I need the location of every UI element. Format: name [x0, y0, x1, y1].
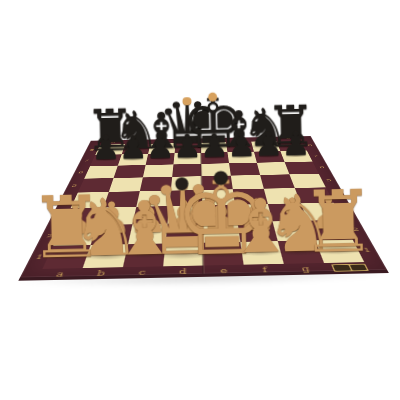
pieces-layer: ♜♞♝♛♚♝♞♜♟♟♟♟♟♟♟♟♟♟♟♟♟♟♟♟♜♞♝♛♚♝♞♜ [0, 0, 400, 400]
piece-black-pawn[interactable]: ♟ [91, 132, 121, 165]
chess-set-photo: aabbccddeeffgghh1122334455667788 ♜♞♝♛♚♝♞… [0, 0, 400, 400]
piece-black-pawn[interactable]: ♟ [281, 128, 311, 161]
piece-black-pawn[interactable]: ♟ [145, 131, 175, 164]
piece-black-pawn[interactable]: ♟ [118, 132, 148, 165]
piece-white-rook[interactable]: ♜ [299, 178, 377, 265]
